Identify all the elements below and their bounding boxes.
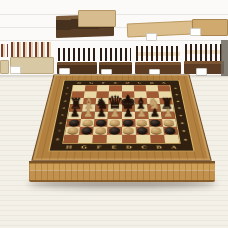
background-pieces	[1, 44, 8, 57]
light-pawn: ♟	[83, 108, 93, 119]
background-chess-set	[0, 44, 9, 74]
coordinate-label: D	[122, 144, 137, 151]
square-d5: ♟	[122, 112, 135, 119]
black-checker	[165, 127, 177, 133]
tan-checker	[109, 120, 120, 126]
black-checker	[81, 127, 92, 133]
square-a5: ♟	[161, 112, 175, 119]
dark-pawn: ♟	[150, 108, 160, 119]
square-e8	[107, 135, 122, 144]
coordinate-label: ◆	[179, 135, 192, 144]
square-e5: ♟	[108, 112, 121, 119]
square-d8	[122, 135, 137, 144]
coordinate-label: ◆	[173, 98, 184, 105]
light-pawn: ♟	[137, 108, 147, 119]
light-pawn: ♟	[164, 108, 174, 119]
black-checker	[150, 120, 161, 126]
tan-checker	[95, 127, 106, 133]
square-g8	[78, 135, 93, 144]
square-b7	[149, 127, 164, 135]
square-e6	[108, 119, 122, 127]
coordinate-label: H	[61, 144, 77, 151]
square-f7	[93, 127, 107, 135]
coordinate-ring: HGFEDCBA HGFEDCBA 12345678 ◆◆◆◆◆◆◆◆ ♟♜♝♞…	[48, 80, 194, 151]
coordinate-label: G	[76, 144, 92, 151]
tan-checker	[67, 127, 79, 133]
background-board	[0, 60, 9, 74]
square-c7	[135, 127, 149, 135]
dark-pawn: ♟	[123, 108, 133, 119]
coordinate-label: ◆	[176, 119, 188, 127]
tan-checker	[123, 127, 134, 133]
square-d6	[122, 119, 136, 127]
chess-checkers-board: HGFEDCBA HGFEDCBA 12345678 ◆◆◆◆◆◆◆◆ ♟♜♝♞…	[44, 34, 199, 189]
black-checker	[68, 120, 79, 126]
wall-divider	[221, 40, 228, 78]
square-e7	[107, 127, 121, 135]
black-checker	[137, 127, 148, 133]
coordinate-label: B	[151, 144, 167, 151]
dark-pawn: ♟	[96, 108, 106, 119]
square-d7	[122, 127, 136, 135]
tan-checker	[164, 120, 175, 126]
board-squares: ♟♜♝♞♛♚♝♞♜♟♟♟♟♟♟♟♟	[62, 85, 181, 144]
square-b6	[148, 119, 162, 127]
black-checker	[109, 127, 120, 133]
price-tag	[10, 66, 21, 74]
tan-checker	[82, 120, 93, 126]
square-a8	[164, 135, 180, 144]
square-f6	[94, 119, 108, 127]
square-g7	[79, 127, 94, 135]
square-f8	[92, 135, 107, 144]
square-f5: ♟	[95, 112, 109, 119]
black-checker	[96, 120, 107, 126]
bottom-file-labels: HGFEDCBA	[61, 144, 182, 151]
coordinate-label: 4	[58, 104, 69, 111]
square-g5: ♟	[81, 112, 95, 119]
coordinate-label: ◆	[178, 127, 190, 135]
square-c6	[135, 119, 149, 127]
square-h8	[63, 135, 79, 144]
square-a7	[163, 127, 178, 135]
square-h6	[66, 119, 81, 127]
dark-pawn: ♟	[69, 108, 79, 119]
tan-checker	[151, 127, 162, 133]
tan-checker	[137, 120, 148, 126]
coordinate-label: E	[106, 144, 121, 151]
square-h7	[65, 127, 80, 135]
board-frame: HGFEDCBA HGFEDCBA 12345678 ◆◆◆◆◆◆◆◆ ♟♜♝♞…	[31, 75, 212, 161]
shop-photo: HGFEDCBA HGFEDCBA 12345678 ◆◆◆◆◆◆◆◆ ♟♜♝♞…	[0, 0, 228, 228]
coordinate-label: ◆	[175, 112, 187, 119]
coordinate-label: F	[91, 144, 106, 151]
square-a6	[162, 119, 177, 127]
square-g6	[80, 119, 94, 127]
coordinate-label: ◆	[174, 104, 185, 111]
coordinate-label: C	[136, 144, 151, 151]
black-checker	[123, 120, 134, 126]
square-c5: ♟	[135, 112, 149, 119]
wooden-box	[78, 10, 116, 27]
square-c8	[136, 135, 151, 144]
square-b5: ♟	[148, 112, 162, 119]
square-b8	[150, 135, 165, 144]
light-pawn: ♟	[110, 108, 120, 119]
coordinate-label: A	[166, 144, 182, 151]
square-h5: ♟	[68, 112, 82, 119]
